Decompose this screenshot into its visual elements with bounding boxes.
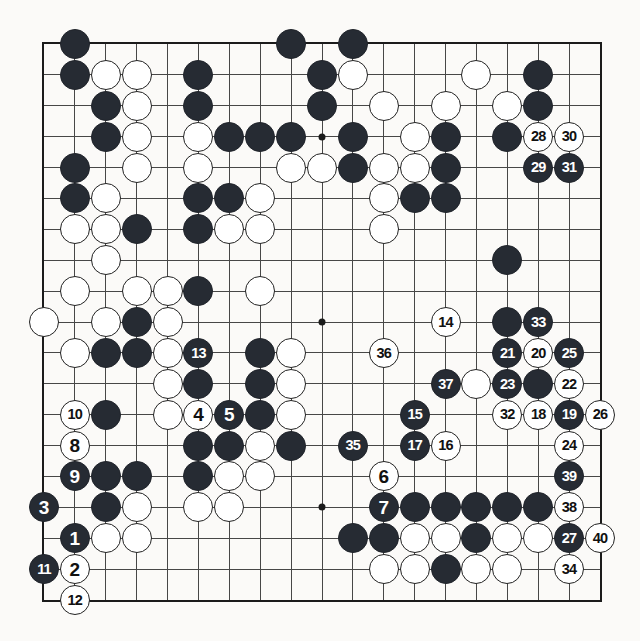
move-number-label: 36 (377, 346, 392, 361)
stone-black (431, 554, 461, 584)
stone-black (523, 492, 553, 522)
move-number-label: 19 (562, 407, 577, 422)
move-28-stone-white: 28 (523, 122, 553, 152)
stone-black (492, 122, 522, 152)
stone-white (461, 369, 491, 399)
move-number-label: 39 (562, 469, 577, 484)
move-22-stone-white: 22 (554, 369, 584, 399)
stone-white (183, 122, 213, 152)
stone-black (183, 461, 213, 491)
stone-black (183, 183, 213, 213)
stone-black (183, 91, 213, 121)
grid-line-horizontal (44, 445, 600, 446)
stone-white (492, 91, 522, 121)
stone-black (523, 60, 553, 90)
move-34-stone-white: 34 (554, 554, 584, 584)
stone-black (369, 523, 399, 553)
move-10-stone-white: 10 (60, 400, 90, 430)
stone-white (153, 338, 183, 368)
move-number-label: 38 (562, 500, 577, 515)
stone-white (369, 214, 399, 244)
stone-black (276, 431, 306, 461)
stone-white (276, 338, 306, 368)
move-number-label: 35 (346, 438, 361, 453)
stone-black (276, 122, 306, 152)
move-29-stone-black: 29 (523, 153, 553, 183)
move-19-stone-black: 19 (554, 400, 584, 430)
stone-white (245, 276, 275, 306)
stone-white (431, 91, 461, 121)
stone-black (307, 91, 337, 121)
star-point (319, 504, 326, 511)
stone-black (60, 29, 90, 59)
stone-black (183, 276, 213, 306)
stone-white (183, 492, 213, 522)
stone-black (91, 400, 121, 430)
move-6-stone-white: 6 (369, 461, 399, 491)
stone-white (214, 492, 244, 522)
move-number-label: 29 (531, 160, 546, 175)
stone-white (60, 338, 90, 368)
stone-white (431, 523, 461, 553)
stone-white (492, 523, 522, 553)
stone-black (183, 369, 213, 399)
stone-black (338, 122, 368, 152)
stone-black (183, 431, 213, 461)
stone-black (461, 492, 491, 522)
stone-white (183, 153, 213, 183)
move-7-stone-black: 7 (369, 492, 399, 522)
stone-black (431, 492, 461, 522)
stone-white (122, 523, 152, 553)
stone-black (214, 122, 244, 152)
stone-white (245, 214, 275, 244)
move-number-label: 24 (562, 438, 577, 453)
stone-white (122, 122, 152, 152)
stone-white (245, 431, 275, 461)
stone-white (245, 183, 275, 213)
stone-white (122, 492, 152, 522)
stone-black (245, 338, 275, 368)
stone-white (400, 554, 430, 584)
move-24-stone-white: 24 (554, 431, 584, 461)
stone-black (307, 60, 337, 90)
move-38-stone-white: 38 (554, 492, 584, 522)
move-number-label: 4 (193, 405, 204, 424)
stone-black (400, 492, 430, 522)
move-26-stone-white: 26 (585, 400, 615, 430)
move-15-stone-black: 15 (400, 400, 430, 430)
stone-white (153, 400, 183, 430)
move-40-stone-white: 40 (585, 523, 615, 553)
move-number-label: 23 (500, 377, 515, 392)
move-13-stone-black: 13 (183, 338, 213, 368)
move-14-stone-white: 14 (431, 307, 461, 337)
stone-black (91, 461, 121, 491)
stone-white (276, 153, 306, 183)
stone-black (60, 183, 90, 213)
stone-white (91, 307, 121, 337)
move-1-stone-black: 1 (60, 523, 90, 553)
move-number-label: 6 (378, 467, 389, 486)
move-number-label: 28 (531, 129, 546, 144)
stone-white (153, 276, 183, 306)
stone-black (245, 369, 275, 399)
stone-white (369, 554, 399, 584)
move-8-stone-white: 8 (60, 431, 90, 461)
move-39-stone-black: 39 (554, 461, 584, 491)
move-number-label: 18 (531, 407, 546, 422)
move-35-stone-black: 35 (338, 431, 368, 461)
stone-white (276, 369, 306, 399)
stone-white (369, 183, 399, 213)
stone-white (91, 60, 121, 90)
stone-white (91, 245, 121, 275)
stone-black (122, 214, 152, 244)
move-number-label: 32 (500, 407, 515, 422)
move-number-label: 12 (68, 593, 83, 608)
stone-black (400, 183, 430, 213)
stone-white (91, 523, 121, 553)
stone-white (91, 214, 121, 244)
stone-white (523, 523, 553, 553)
move-number-label: 14 (438, 315, 453, 330)
stone-white (400, 122, 430, 152)
stone-white (29, 307, 59, 337)
stone-black (338, 523, 368, 553)
move-number-label: 17 (407, 438, 422, 453)
stone-white (461, 60, 491, 90)
stone-white (369, 153, 399, 183)
move-20-stone-white: 20 (523, 338, 553, 368)
move-25-stone-black: 25 (554, 338, 584, 368)
star-point (319, 319, 326, 326)
move-number-label: 26 (593, 407, 608, 422)
move-23-stone-black: 23 (492, 369, 522, 399)
stone-black (122, 338, 152, 368)
move-37-stone-black: 37 (431, 369, 461, 399)
move-number-label: 27 (562, 531, 577, 546)
move-31-stone-black: 31 (554, 153, 584, 183)
stone-black (245, 122, 275, 152)
stone-white (307, 153, 337, 183)
stone-black (338, 29, 368, 59)
stone-white (60, 276, 90, 306)
move-5-stone-black: 5 (214, 400, 244, 430)
move-number-label: 16 (438, 438, 453, 453)
stone-black (91, 122, 121, 152)
move-number-label: 1 (70, 529, 81, 548)
move-number-label: 22 (562, 377, 577, 392)
stone-white (214, 461, 244, 491)
move-2-stone-white: 2 (60, 554, 90, 584)
stone-black (523, 369, 553, 399)
move-number-label: 11 (37, 562, 51, 577)
move-number-label: 33 (531, 315, 546, 330)
move-number-label: 40 (593, 531, 608, 546)
move-32-stone-white: 32 (492, 400, 522, 430)
stone-black (461, 523, 491, 553)
move-number-label: 34 (562, 562, 577, 577)
move-number-label: 13 (191, 346, 206, 361)
move-number-label: 2 (70, 560, 81, 579)
stone-black (91, 492, 121, 522)
move-number-label: 3 (39, 498, 50, 517)
go-diagram-page: 2830293114331336212025372322104515321819… (0, 0, 640, 641)
move-number-label: 15 (407, 407, 422, 422)
stone-white (400, 153, 430, 183)
move-number-label: 9 (70, 467, 81, 486)
move-number-label: 10 (68, 407, 83, 422)
stone-white (153, 369, 183, 399)
move-30-stone-white: 30 (554, 122, 584, 152)
move-number-label: 8 (70, 436, 81, 455)
stone-black (431, 183, 461, 213)
star-point (319, 133, 326, 140)
stone-white (122, 60, 152, 90)
stone-black (91, 338, 121, 368)
move-number-label: 7 (378, 498, 389, 517)
stone-white (461, 554, 491, 584)
stone-white (369, 91, 399, 121)
stone-white (91, 183, 121, 213)
stone-white (122, 153, 152, 183)
move-12-stone-white: 12 (60, 585, 90, 615)
move-21-stone-black: 21 (492, 338, 522, 368)
stone-black (245, 400, 275, 430)
move-33-stone-black: 33 (523, 307, 553, 337)
move-11-stone-black: 11 (29, 554, 59, 584)
stone-white (60, 214, 90, 244)
move-17-stone-black: 17 (400, 431, 430, 461)
stone-white (400, 523, 430, 553)
move-number-label: 21 (500, 346, 515, 361)
stone-white (153, 307, 183, 337)
stone-black (60, 60, 90, 90)
stone-white (122, 276, 152, 306)
stone-black (122, 461, 152, 491)
stone-white (492, 554, 522, 584)
stone-white (338, 60, 368, 90)
move-number-label: 37 (438, 377, 453, 392)
move-number-label: 31 (562, 160, 577, 175)
stone-black (60, 153, 90, 183)
stone-black (91, 91, 121, 121)
move-number-label: 20 (531, 346, 546, 361)
move-36-stone-white: 36 (369, 338, 399, 368)
move-9-stone-black: 9 (60, 461, 90, 491)
stone-white (276, 400, 306, 430)
stone-white (214, 214, 244, 244)
move-number-label: 25 (562, 346, 577, 361)
stone-black (338, 153, 368, 183)
move-4-stone-white: 4 (183, 400, 213, 430)
stone-black (523, 91, 553, 121)
stone-black (431, 153, 461, 183)
stone-black (183, 60, 213, 90)
go-board: 2830293114331336212025372322104515321819… (42, 42, 602, 602)
stone-black (214, 431, 244, 461)
stone-black (276, 29, 306, 59)
move-27-stone-black: 27 (554, 523, 584, 553)
stone-black (492, 492, 522, 522)
stone-black (122, 307, 152, 337)
stone-black (214, 183, 244, 213)
move-number-label: 5 (224, 405, 235, 424)
stone-black (183, 214, 213, 244)
move-16-stone-white: 16 (431, 431, 461, 461)
move-3-stone-black: 3 (29, 492, 59, 522)
stone-black (492, 307, 522, 337)
stone-black (431, 122, 461, 152)
move-18-stone-white: 18 (523, 400, 553, 430)
stone-white (122, 91, 152, 121)
move-number-label: 30 (562, 129, 577, 144)
stone-black (492, 245, 522, 275)
stone-white (245, 461, 275, 491)
